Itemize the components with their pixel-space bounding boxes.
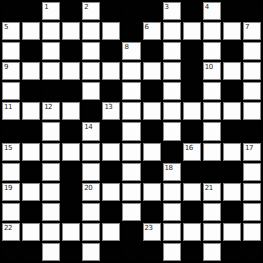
cell-r0c10[interactable]: 4 — [203, 2, 221, 20]
blocked-cell-r12c7 — [143, 243, 161, 261]
blocked-cell-r8c10 — [203, 163, 221, 181]
cell-r8c2[interactable] — [42, 163, 60, 181]
blocked-cell-r6c12 — [243, 122, 261, 140]
cell-r5c9[interactable] — [183, 102, 201, 120]
blocked-cell-r3c9 — [183, 62, 201, 80]
cell-r10c8[interactable] — [163, 203, 181, 221]
cell-r5c6[interactable] — [122, 102, 140, 120]
blocked-cell-r6c11 — [223, 122, 241, 140]
blocked-cell-r4c11 — [223, 82, 241, 100]
cell-r11c5[interactable] — [102, 223, 120, 241]
blocked-cell-r8c1 — [22, 163, 40, 181]
clue-number-15: 15 — [4, 144, 12, 152]
cell-r6c4[interactable]: 14 — [82, 122, 100, 140]
cell-r5c0[interactable]: 11 — [2, 102, 20, 120]
clue-number-20: 20 — [84, 184, 92, 192]
cell-r5c12[interactable] — [243, 102, 261, 120]
clue-number-3: 3 — [165, 3, 169, 11]
blocked-cell-r6c9 — [183, 122, 201, 140]
cell-r1c7[interactable]: 6 — [143, 22, 161, 40]
blocked-cell-r6c1 — [22, 122, 40, 140]
cell-r9c9[interactable] — [183, 183, 201, 201]
cell-r0c4[interactable]: 2 — [82, 2, 100, 20]
blocked-cell-r2c1 — [22, 42, 40, 60]
cell-r9c0[interactable]: 19 — [2, 183, 20, 201]
blocked-cell-r12c0 — [2, 243, 20, 261]
cell-r11c4[interactable] — [82, 223, 100, 241]
cell-r5c5[interactable]: 13 — [102, 102, 120, 120]
blocked-cell-r0c12 — [243, 2, 261, 20]
cell-r0c2[interactable]: 1 — [42, 2, 60, 20]
blocked-cell-r11c6 — [122, 223, 140, 241]
clue-number-21: 21 — [205, 184, 213, 192]
cell-r9c2[interactable] — [42, 183, 60, 201]
blocked-cell-r2c5 — [102, 42, 120, 60]
clue-number-16: 16 — [185, 144, 193, 152]
cell-r4c12[interactable] — [243, 82, 261, 100]
blocked-cell-r10c9 — [183, 203, 201, 221]
blocked-cell-r7c8 — [163, 143, 181, 161]
blocked-cell-r0c6 — [122, 2, 140, 20]
blocked-cell-r0c1 — [22, 2, 40, 20]
cell-r1c2[interactable] — [42, 22, 60, 40]
cell-r7c1[interactable] — [22, 143, 40, 161]
blocked-cell-r2c7 — [143, 42, 161, 60]
cell-r4c6[interactable] — [122, 82, 140, 100]
cell-r10c2[interactable] — [42, 203, 60, 221]
cell-r3c5[interactable] — [102, 62, 120, 80]
cell-r6c6[interactable] — [122, 122, 140, 140]
cell-r8c12[interactable] — [243, 163, 261, 181]
blocked-cell-r6c3 — [62, 122, 80, 140]
cell-r9c7[interactable] — [143, 183, 161, 201]
cell-r1c8[interactable] — [163, 22, 181, 40]
cell-r1c11[interactable] — [223, 22, 241, 40]
cell-r11c11[interactable] — [223, 223, 241, 241]
cell-r7c3[interactable] — [62, 143, 80, 161]
cell-r10c0[interactable] — [2, 203, 20, 221]
blocked-cell-r10c7 — [143, 203, 161, 221]
blocked-cell-r10c11 — [223, 203, 241, 221]
blocked-cell-r12c5 — [102, 243, 120, 261]
cell-r12c10[interactable] — [203, 243, 221, 261]
cell-r11c1[interactable] — [22, 223, 40, 241]
cell-r7c5[interactable] — [102, 143, 120, 161]
cell-r9c1[interactable] — [22, 183, 40, 201]
cell-r1c4[interactable] — [82, 22, 100, 40]
blocked-cell-r0c5 — [102, 2, 120, 20]
cell-r7c0[interactable]: 15 — [2, 143, 20, 161]
blocked-cell-r8c5 — [102, 163, 120, 181]
cell-r11c8[interactable] — [163, 223, 181, 241]
blocked-cell-r6c5 — [102, 122, 120, 140]
cell-r9c6[interactable] — [122, 183, 140, 201]
blocked-cell-r0c0 — [2, 2, 20, 20]
blocked-cell-r0c9 — [183, 2, 201, 20]
clue-number-19: 19 — [4, 184, 12, 192]
cell-r3c4[interactable] — [82, 62, 100, 80]
blocked-cell-r0c7 — [143, 2, 161, 20]
cell-r9c11[interactable] — [223, 183, 241, 201]
cell-r7c12[interactable]: 17 — [243, 143, 261, 161]
cell-r7c9[interactable]: 16 — [183, 143, 201, 161]
clue-number-10: 10 — [205, 63, 213, 71]
clue-number-2: 2 — [84, 3, 88, 11]
blocked-cell-r4c2 — [42, 82, 60, 100]
cell-r12c8[interactable] — [163, 243, 181, 261]
clue-number-22: 22 — [4, 224, 12, 232]
clue-number-1: 1 — [44, 3, 48, 11]
cell-r6c8[interactable] — [163, 122, 181, 140]
cell-r5c8[interactable] — [163, 102, 181, 120]
cell-r0c8[interactable]: 3 — [163, 2, 181, 20]
cell-r7c4[interactable] — [82, 143, 100, 161]
cell-r3c2[interactable] — [42, 62, 60, 80]
blocked-cell-r9c3 — [62, 183, 80, 201]
blocked-cell-r12c3 — [62, 243, 80, 261]
blocked-cell-r4c1 — [22, 82, 40, 100]
cell-r2c12[interactable] — [243, 42, 261, 60]
blocked-cell-r8c7 — [143, 163, 161, 181]
cell-r4c10[interactable] — [203, 82, 221, 100]
cell-r4c0[interactable] — [2, 82, 20, 100]
clue-number-4: 4 — [205, 3, 209, 11]
cell-r3c11[interactable] — [223, 62, 241, 80]
clue-number-17: 17 — [245, 144, 253, 152]
cell-r8c8[interactable]: 18 — [163, 163, 181, 181]
cell-r6c2[interactable] — [42, 122, 60, 140]
blocked-cell-r2c11 — [223, 42, 241, 60]
cell-r11c9[interactable] — [183, 223, 201, 241]
cell-r1c10[interactable] — [203, 22, 221, 40]
blocked-cell-r8c11 — [223, 163, 241, 181]
cell-r7c7[interactable] — [143, 143, 161, 161]
cell-r3c1[interactable] — [22, 62, 40, 80]
cell-r3c7[interactable] — [143, 62, 161, 80]
cell-r3c8[interactable] — [163, 62, 181, 80]
cell-r3c0[interactable]: 9 — [2, 62, 20, 80]
cell-r5c3[interactable] — [62, 102, 80, 120]
cell-r5c1[interactable] — [22, 102, 40, 120]
clue-number-18: 18 — [165, 164, 173, 172]
cell-r12c2[interactable] — [42, 243, 60, 261]
cell-r9c5[interactable] — [102, 183, 120, 201]
cell-r5c2[interactable]: 12 — [42, 102, 60, 120]
clue-number-13: 13 — [104, 103, 112, 111]
cell-r6c10[interactable] — [203, 122, 221, 140]
cell-r2c6[interactable]: 8 — [122, 42, 140, 60]
blocked-cell-r8c3 — [62, 163, 80, 181]
cell-r3c10[interactable]: 10 — [203, 62, 221, 80]
cell-r8c0[interactable] — [2, 163, 20, 181]
cell-r5c10[interactable] — [203, 102, 221, 120]
cell-r10c4[interactable] — [82, 203, 100, 221]
cell-r1c5[interactable] — [102, 22, 120, 40]
blocked-cell-r1c6 — [122, 22, 140, 40]
blocked-cell-r5c4 — [82, 102, 100, 120]
cell-r11c10[interactable] — [203, 223, 221, 241]
cell-r2c2[interactable] — [42, 42, 60, 60]
cell-r9c8[interactable] — [163, 183, 181, 201]
cell-r7c11[interactable] — [223, 143, 241, 161]
cell-r9c4[interactable]: 20 — [82, 183, 100, 201]
cell-r7c6[interactable] — [122, 143, 140, 161]
cell-r7c10[interactable] — [203, 143, 221, 161]
cell-r1c12[interactable]: 7 — [243, 22, 261, 40]
cell-r11c12[interactable] — [243, 223, 261, 241]
clue-number-11: 11 — [4, 103, 12, 111]
cell-r7c2[interactable] — [42, 143, 60, 161]
blocked-cell-r12c1 — [22, 243, 40, 261]
blocked-cell-r2c9 — [183, 42, 201, 60]
clue-number-6: 6 — [145, 23, 149, 31]
blocked-cell-r4c5 — [102, 82, 120, 100]
blocked-cell-r6c0 — [2, 122, 20, 140]
blocked-cell-r10c5 — [102, 203, 120, 221]
clue-number-8: 8 — [124, 43, 128, 51]
cell-r5c7[interactable] — [143, 102, 161, 120]
cell-r12c4[interactable] — [82, 243, 100, 261]
cell-r11c7[interactable]: 23 — [143, 223, 161, 241]
crossword-board: 1234567891011121314151617181920212223 — [0, 0, 263, 263]
blocked-cell-r10c3 — [62, 203, 80, 221]
cell-r9c12[interactable] — [243, 183, 261, 201]
blocked-cell-r0c11 — [223, 2, 241, 20]
cell-r9c10[interactable]: 21 — [203, 183, 221, 201]
cell-r3c12[interactable] — [243, 62, 261, 80]
cell-r1c0[interactable]: 5 — [2, 22, 20, 40]
blocked-cell-r0c3 — [62, 2, 80, 20]
clue-number-5: 5 — [4, 23, 8, 31]
blocked-cell-r12c11 — [223, 243, 241, 261]
clue-number-7: 7 — [245, 23, 249, 31]
cell-r2c10[interactable] — [203, 42, 221, 60]
cell-r5c11[interactable] — [223, 102, 241, 120]
cell-r10c6[interactable] — [122, 203, 140, 221]
cell-r8c4[interactable] — [82, 163, 100, 181]
cell-r1c3[interactable] — [62, 22, 80, 40]
cell-r8c6[interactable] — [122, 163, 140, 181]
blocked-cell-r12c9 — [183, 243, 201, 261]
cell-r4c8[interactable] — [163, 82, 181, 100]
cell-r2c4[interactable] — [82, 42, 100, 60]
cell-r10c10[interactable] — [203, 203, 221, 221]
clue-number-12: 12 — [44, 103, 52, 111]
cell-r10c12[interactable] — [243, 203, 261, 221]
clue-number-14: 14 — [84, 123, 92, 131]
cell-r11c3[interactable] — [62, 223, 80, 241]
cell-r11c0[interactable]: 22 — [2, 223, 20, 241]
cell-r4c4[interactable] — [82, 82, 100, 100]
blocked-cell-r12c6 — [122, 243, 140, 261]
blocked-cell-r4c9 — [183, 82, 201, 100]
blocked-cell-r4c3 — [62, 82, 80, 100]
cell-r11c2[interactable] — [42, 223, 60, 241]
blocked-cell-r4c7 — [143, 82, 161, 100]
cell-r1c1[interactable] — [22, 22, 40, 40]
clue-number-23: 23 — [145, 224, 153, 232]
cell-r1c9[interactable] — [183, 22, 201, 40]
blocked-cell-r12c12 — [243, 243, 261, 261]
blocked-cell-r6c7 — [143, 122, 161, 140]
blocked-cell-r10c1 — [22, 203, 40, 221]
cell-r3c3[interactable] — [62, 62, 80, 80]
cell-r3c6[interactable] — [122, 62, 140, 80]
blocked-cell-r2c3 — [62, 42, 80, 60]
cell-r2c0[interactable] — [2, 42, 20, 60]
cell-r2c8[interactable] — [163, 42, 181, 60]
clue-number-9: 9 — [4, 63, 8, 71]
blocked-cell-r8c9 — [183, 163, 201, 181]
